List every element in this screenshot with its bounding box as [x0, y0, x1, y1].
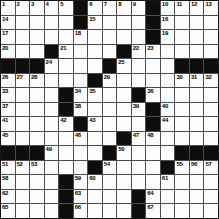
cell-r2c9[interactable]: [117, 16, 131, 30]
cell-number: 21: [60, 45, 66, 52]
cell-r1c9[interactable]: 8: [117, 1, 131, 15]
cell-r6c4[interactable]: [45, 74, 59, 88]
cell-number: 4: [46, 1, 49, 8]
cell-r10c5[interactable]: [59, 132, 73, 146]
cell-number: 23: [147, 45, 153, 52]
cell-r10c1[interactable]: 45: [1, 132, 15, 146]
cell-r10c2[interactable]: [16, 132, 30, 146]
cell-r9c3[interactable]: [30, 117, 44, 131]
cell-r14c14[interactable]: [190, 190, 204, 204]
cell-r2c15[interactable]: [204, 16, 218, 30]
cell-r8c1[interactable]: 37: [1, 103, 15, 117]
cell-r9c4[interactable]: [45, 117, 59, 131]
cell-r12c8[interactable]: 54: [103, 161, 117, 175]
black-cell-r10c9: [117, 132, 131, 146]
cell-r1c14[interactable]: 12: [190, 1, 204, 15]
black-cell-r12c12: [161, 161, 175, 175]
cell-r13c1[interactable]: 58: [1, 175, 15, 189]
cell-r14c1[interactable]: 62: [1, 190, 15, 204]
cell-number: 47: [133, 132, 139, 139]
cell-number: 67: [147, 204, 153, 211]
cell-r5c12[interactable]: [161, 59, 175, 73]
cell-r10c14[interactable]: [190, 132, 204, 146]
cell-r7c12[interactable]: [161, 88, 175, 102]
cell-r1c4[interactable]: 4: [45, 1, 59, 15]
cell-r10c4[interactable]: [45, 132, 59, 146]
cell-r15c14[interactable]: [190, 204, 204, 218]
cell-r11c11[interactable]: [146, 146, 160, 160]
cell-r8c14[interactable]: [190, 103, 204, 117]
cell-r14c15[interactable]: [204, 190, 218, 204]
cell-r3c12[interactable]: 19: [161, 30, 175, 44]
black-cell-r13c5: [59, 175, 73, 189]
black-cell-r11c1: [1, 146, 15, 160]
cell-r15c9[interactable]: [117, 204, 131, 218]
cell-r13c6[interactable]: 59: [74, 175, 88, 189]
cell-r13c8[interactable]: [103, 175, 117, 189]
black-cell-r6c7: [88, 74, 102, 88]
cell-r7c1[interactable]: 33: [1, 88, 15, 102]
cell-r5c11[interactable]: [146, 59, 160, 73]
cell-r2c2[interactable]: [16, 16, 30, 30]
cell-r13c4[interactable]: [45, 175, 59, 189]
cell-r14c8[interactable]: [103, 190, 117, 204]
cell-number: 38: [75, 103, 81, 110]
cell-r4c5[interactable]: 21: [59, 45, 73, 59]
cell-number: 54: [104, 161, 110, 168]
cell-number: 2: [17, 1, 20, 8]
cell-r4c13[interactable]: [175, 45, 189, 59]
cell-r1c12[interactable]: 10: [161, 1, 175, 15]
cell-number: 44: [162, 117, 168, 124]
cell-r4c1[interactable]: 20: [1, 45, 15, 59]
black-cell-r5c14: [190, 59, 204, 73]
cell-number: 24: [46, 59, 52, 66]
cell-number: 22: [133, 45, 139, 52]
cell-r1c5[interactable]: 5: [59, 1, 73, 15]
cell-r2c1[interactable]: 14: [1, 16, 15, 30]
cell-number: 49: [46, 146, 52, 153]
cell-r13c3[interactable]: [30, 175, 44, 189]
cell-number: 46: [75, 132, 81, 139]
cell-number: 42: [60, 117, 66, 124]
cell-number: 20: [2, 45, 8, 52]
cell-r15c7[interactable]: [88, 204, 102, 218]
cell-r4c11[interactable]: 23: [146, 45, 160, 59]
cell-r12c4[interactable]: [45, 161, 59, 175]
cell-number: 25: [118, 59, 124, 66]
cell-r3c9[interactable]: [117, 30, 131, 44]
black-cell-r11c2: [16, 146, 30, 160]
cell-r6c6[interactable]: [74, 74, 88, 88]
cell-r6c12[interactable]: [161, 74, 175, 88]
cell-r3c15[interactable]: [204, 30, 218, 44]
cell-r13c7[interactable]: 60: [88, 175, 102, 189]
cell-r5c4[interactable]: 24: [45, 59, 59, 73]
cell-r2c8[interactable]: [103, 16, 117, 30]
cell-number: 34: [75, 88, 81, 95]
cell-r4c14[interactable]: [190, 45, 204, 59]
cell-r10c12[interactable]: [161, 132, 175, 146]
cell-r11c12[interactable]: [161, 146, 175, 160]
cell-number: 30: [176, 74, 182, 81]
cell-r15c6[interactable]: 66: [74, 204, 88, 218]
black-cell-r5c2: [16, 59, 30, 73]
cell-r15c8[interactable]: [103, 204, 117, 218]
cell-number: 9: [133, 1, 136, 8]
cell-number: 63: [75, 190, 81, 197]
cell-number: 18: [75, 30, 81, 37]
cell-number: 52: [17, 161, 23, 168]
cell-r1c1[interactable]: 1: [1, 1, 15, 15]
cell-r7c9[interactable]: [117, 88, 131, 102]
black-cell-r14c10: [132, 190, 146, 204]
cell-r10c3[interactable]: [30, 132, 44, 146]
black-cell-r8c11: [146, 103, 160, 117]
cell-number: 39: [133, 103, 139, 110]
crossword-board: 1234567891011121314151617181920212223242…: [0, 0, 219, 219]
cell-r14c12[interactable]: [161, 190, 175, 204]
cell-r4c8[interactable]: [103, 45, 117, 59]
cell-r6c2[interactable]: 27: [16, 74, 30, 88]
black-cell-r9c6: [74, 117, 88, 131]
cell-number: 3: [31, 1, 34, 8]
cell-number: 41: [2, 117, 8, 124]
cell-r8c9[interactable]: [117, 103, 131, 117]
black-cell-r12c7: [88, 161, 102, 175]
cell-r5c7[interactable]: [88, 59, 102, 73]
cell-r14c6[interactable]: 63: [74, 190, 88, 204]
cell-r4c15[interactable]: [204, 45, 218, 59]
cell-r8c4[interactable]: [45, 103, 59, 117]
cell-r8c3[interactable]: [30, 103, 44, 117]
cell-number: 57: [205, 161, 211, 168]
cell-r11c4[interactable]: 49: [45, 146, 59, 160]
cell-r1c2[interactable]: 2: [16, 1, 30, 15]
cell-r13c14[interactable]: [190, 175, 204, 189]
cell-number: 45: [2, 132, 8, 139]
cell-r6c1[interactable]: 26: [1, 74, 15, 88]
cell-number: 29: [104, 74, 110, 81]
cell-r12c2[interactable]: 52: [16, 161, 30, 175]
cell-r11c6[interactable]: [74, 146, 88, 160]
cell-number: 13: [205, 1, 211, 8]
black-cell-r11c13: [175, 146, 189, 160]
cell-r14c11[interactable]: 64: [146, 190, 160, 204]
cell-r9c14[interactable]: [190, 117, 204, 131]
cell-number: 8: [118, 1, 121, 8]
cell-r13c12[interactable]: 61: [161, 175, 175, 189]
cell-r15c12[interactable]: [161, 204, 175, 218]
cell-r8c13[interactable]: [175, 103, 189, 117]
black-cell-r2c6: [74, 16, 88, 30]
cell-r13c13[interactable]: [175, 175, 189, 189]
cell-r5c9[interactable]: 25: [117, 59, 131, 73]
cell-number: 16: [162, 16, 168, 23]
cell-r8c7[interactable]: [88, 103, 102, 117]
cell-number: 5: [60, 1, 63, 8]
cell-r7c4[interactable]: [45, 88, 59, 102]
cell-r1c7[interactable]: 6: [88, 1, 102, 15]
cell-r4c3[interactable]: [30, 45, 44, 59]
cell-number: 19: [162, 30, 168, 37]
cell-r6c11[interactable]: [146, 74, 160, 88]
cell-number: 66: [75, 204, 81, 211]
cell-r12c9[interactable]: [117, 161, 131, 175]
cell-r9c9[interactable]: [117, 117, 131, 131]
cell-r10c6[interactable]: 46: [74, 132, 88, 146]
cell-r6c9[interactable]: [117, 74, 131, 88]
cell-r6c14[interactable]: 31: [190, 74, 204, 88]
cell-r3c4[interactable]: [45, 30, 59, 44]
cell-r12c3[interactable]: 53: [30, 161, 44, 175]
cell-r15c4[interactable]: [45, 204, 59, 218]
cell-r7c7[interactable]: 35: [88, 88, 102, 102]
cell-r5c10[interactable]: [132, 59, 146, 73]
cell-r3c13[interactable]: [175, 30, 189, 44]
cell-r3c1[interactable]: 17: [1, 30, 15, 44]
cell-r15c11[interactable]: 67: [146, 204, 160, 218]
black-cell-r9c11: [146, 117, 160, 131]
cell-r6c3[interactable]: 28: [30, 74, 44, 88]
cell-r5c5[interactable]: [59, 59, 73, 73]
cell-number: 61: [162, 175, 168, 182]
cell-r4c12[interactable]: [161, 45, 175, 59]
cell-number: 40: [162, 103, 168, 110]
cell-number: 1: [2, 1, 5, 8]
cell-number: 43: [89, 117, 95, 124]
black-cell-r5c13: [175, 59, 189, 73]
cell-r9c12[interactable]: 44: [161, 117, 175, 131]
cell-r1c15[interactable]: 13: [204, 1, 218, 15]
cell-r12c5[interactable]: [59, 161, 73, 175]
cell-number: 51: [2, 161, 8, 168]
cell-r1c8[interactable]: 7: [103, 1, 117, 15]
cell-number: 50: [118, 146, 124, 153]
cell-number: 26: [2, 74, 8, 81]
cell-number: 33: [2, 88, 8, 95]
cell-r8c2[interactable]: [16, 103, 30, 117]
cell-number: 58: [2, 175, 8, 182]
cell-r9c15[interactable]: [204, 117, 218, 131]
cell-r12c10[interactable]: [132, 161, 146, 175]
black-cell-r14c5: [59, 190, 73, 204]
cell-number: 37: [2, 103, 8, 110]
cell-number: 64: [147, 190, 153, 197]
cell-number: 62: [2, 190, 8, 197]
cell-number: 6: [89, 1, 92, 8]
black-cell-r11c8: [103, 146, 117, 160]
cell-r7c15[interactable]: [204, 88, 218, 102]
cell-r13c9[interactable]: [117, 175, 131, 189]
cell-r4c10[interactable]: 22: [132, 45, 146, 59]
cell-r6c8[interactable]: 29: [103, 74, 117, 88]
black-cell-r4c9: [117, 45, 131, 59]
black-cell-r15c10: [132, 204, 146, 218]
cell-r15c13[interactable]: [175, 204, 189, 218]
cell-r15c3[interactable]: [30, 204, 44, 218]
cell-r8c15[interactable]: [204, 103, 218, 117]
cell-r8c10[interactable]: 39: [132, 103, 146, 117]
black-cell-r11c14: [190, 146, 204, 160]
cell-number: 35: [89, 88, 95, 95]
cell-r10c10[interactable]: 47: [132, 132, 146, 146]
cell-r4c7[interactable]: [88, 45, 102, 59]
black-cell-r1c6: [74, 1, 88, 15]
cell-number: 65: [2, 204, 8, 211]
cell-number: 56: [191, 161, 197, 168]
cell-r2c7[interactable]: 15: [88, 16, 102, 30]
black-cell-r7c10: [132, 88, 146, 102]
cell-number: 53: [31, 161, 37, 168]
cell-r14c2[interactable]: [16, 190, 30, 204]
cell-r3c10[interactable]: [132, 30, 146, 44]
cell-number: 10: [162, 1, 168, 8]
cell-r12c14[interactable]: 56: [190, 161, 204, 175]
cell-r2c13[interactable]: [175, 16, 189, 30]
cell-r13c15[interactable]: [204, 175, 218, 189]
cell-r3c2[interactable]: [16, 30, 30, 44]
cell-r2c3[interactable]: [30, 16, 44, 30]
cell-r9c10[interactable]: [132, 117, 146, 131]
cell-r7c2[interactable]: [16, 88, 30, 102]
cell-r1c13[interactable]: 11: [175, 1, 189, 15]
black-cell-r8c5: [59, 103, 73, 117]
cell-r7c11[interactable]: 36: [146, 88, 160, 102]
cell-r4c6[interactable]: [74, 45, 88, 59]
cell-r14c7[interactable]: [88, 190, 102, 204]
cell-r13c2[interactable]: [16, 175, 30, 189]
cell-number: 15: [89, 16, 95, 23]
cell-r8c12[interactable]: 40: [161, 103, 175, 117]
black-cell-r11c15: [204, 146, 218, 160]
cell-r3c7[interactable]: [88, 30, 102, 44]
cell-number: 55: [176, 161, 182, 168]
black-cell-r5c1: [1, 59, 15, 73]
cell-r2c5[interactable]: [59, 16, 73, 30]
cell-r12c13[interactable]: 55: [175, 161, 189, 175]
cell-r10c13[interactable]: [175, 132, 189, 146]
cell-r15c2[interactable]: [16, 204, 30, 218]
cell-r12c15[interactable]: 57: [204, 161, 218, 175]
cell-r10c15[interactable]: [204, 132, 218, 146]
cell-r7c3[interactable]: [30, 88, 44, 102]
black-cell-r7c5: [59, 88, 73, 102]
cell-number: 31: [191, 74, 197, 81]
black-cell-r11c3: [30, 146, 44, 160]
cell-r8c6[interactable]: 38: [74, 103, 88, 117]
cell-r12c6[interactable]: [74, 161, 88, 175]
cell-number: 27: [17, 74, 23, 81]
cell-r10c11[interactable]: 48: [146, 132, 160, 146]
cell-number: 28: [31, 74, 37, 81]
cell-r3c14[interactable]: [190, 30, 204, 44]
cell-r7c8[interactable]: [103, 88, 117, 102]
black-cell-r15c5: [59, 204, 73, 218]
cell-r8c8[interactable]: [103, 103, 117, 117]
cell-r12c1[interactable]: 51: [1, 161, 15, 175]
black-cell-r5c3: [30, 59, 44, 73]
cell-number: 14: [2, 16, 8, 23]
cell-r11c9[interactable]: 50: [117, 146, 131, 160]
cell-r13c10[interactable]: [132, 175, 146, 189]
cell-r3c3[interactable]: [30, 30, 44, 44]
cell-r6c5[interactable]: [59, 74, 73, 88]
black-cell-r1c11: [146, 1, 160, 15]
cell-r13c11[interactable]: [146, 175, 160, 189]
cell-r3c5[interactable]: [59, 30, 73, 44]
cell-r9c2[interactable]: [16, 117, 30, 131]
black-cell-r2c11: [146, 16, 160, 30]
cell-r7c14[interactable]: [190, 88, 204, 102]
cell-r10c8[interactable]: [103, 132, 117, 146]
cell-r6c13[interactable]: 30: [175, 74, 189, 88]
cell-r9c7[interactable]: 43: [88, 117, 102, 131]
cell-r14c9[interactable]: [117, 190, 131, 204]
cell-r7c13[interactable]: [175, 88, 189, 102]
cell-r9c5[interactable]: 42: [59, 117, 73, 131]
cell-r14c13[interactable]: [175, 190, 189, 204]
cell-r3c6[interactable]: 18: [74, 30, 88, 44]
cell-number: 11: [176, 1, 182, 8]
cell-r9c8[interactable]: [103, 117, 117, 131]
black-cell-r5c15: [204, 59, 218, 73]
cell-r12c11[interactable]: [146, 161, 160, 175]
cell-number: 17: [2, 30, 8, 37]
cell-r3c8[interactable]: [103, 30, 117, 44]
cell-r4c2[interactable]: [16, 45, 30, 59]
cell-number: 7: [104, 1, 107, 8]
cell-r9c13[interactable]: [175, 117, 189, 131]
black-cell-r4c4: [45, 45, 59, 59]
cell-r1c10[interactable]: 9: [132, 1, 146, 15]
cell-r15c15[interactable]: [204, 204, 218, 218]
cell-r1c3[interactable]: 3: [30, 1, 44, 15]
black-cell-r5c8: [103, 59, 117, 73]
cell-r11c10[interactable]: [132, 146, 146, 160]
cell-number: 12: [191, 1, 197, 8]
cell-r2c12[interactable]: 16: [161, 16, 175, 30]
cell-number: 32: [205, 74, 211, 81]
cell-r11c7[interactable]: [88, 146, 102, 160]
black-cell-r3c11: [146, 30, 160, 44]
cell-r2c14[interactable]: [190, 16, 204, 30]
cell-number: 60: [89, 175, 95, 182]
cell-number: 36: [147, 88, 153, 95]
cell-r2c4[interactable]: [45, 16, 59, 30]
cell-r7c6[interactable]: 34: [74, 88, 88, 102]
cell-r10c7[interactable]: [88, 132, 102, 146]
cell-r9c1[interactable]: 41: [1, 117, 15, 131]
cell-number: 59: [75, 175, 81, 182]
cell-r14c4[interactable]: [45, 190, 59, 204]
cell-r2c10[interactable]: [132, 16, 146, 30]
cell-r15c1[interactable]: 65: [1, 204, 15, 218]
cell-r5c6[interactable]: [74, 59, 88, 73]
cell-r14c3[interactable]: [30, 190, 44, 204]
cell-r11c5[interactable]: [59, 146, 73, 160]
cell-r6c10[interactable]: [132, 74, 146, 88]
cell-r6c15[interactable]: 32: [204, 74, 218, 88]
cell-number: 48: [147, 132, 153, 139]
